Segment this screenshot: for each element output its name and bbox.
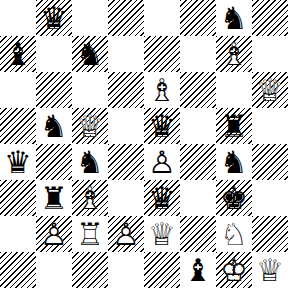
square-h6[interactable]: ♛♕ (252, 72, 288, 108)
square-a5[interactable] (0, 108, 36, 144)
square-d3[interactable] (108, 180, 144, 216)
square-g2[interactable]: ♞♘ (216, 216, 252, 252)
piece-white-queen-h1[interactable]: ♛♕ (252, 252, 288, 288)
square-g5[interactable]: ♜ (216, 108, 252, 144)
piece-black-queen-e3[interactable]: ♛ (144, 180, 180, 216)
chess-board: ♛♞♝♞♝♗♝♗♛♕♞♛♕♛♜♛♞♟♙♞♜♝♗♛♚♟♙♜♖♟♙♛♕♞♘♝♚♔♛♕ (0, 0, 288, 288)
piece-black-rook-b3[interactable]: ♜ (36, 180, 72, 216)
square-d7[interactable] (108, 36, 144, 72)
square-f5[interactable] (180, 108, 216, 144)
white-bishop-glyph-outline: ♗ (72, 180, 108, 216)
piece-white-bishop-g7[interactable]: ♝♗ (216, 36, 252, 72)
square-g7[interactable]: ♝♗ (216, 36, 252, 72)
piece-white-bishop-e6[interactable]: ♝♗ (144, 72, 180, 108)
square-g6[interactable] (216, 72, 252, 108)
square-d6[interactable] (108, 72, 144, 108)
square-a4[interactable]: ♛ (0, 144, 36, 180)
square-g1[interactable]: ♚♔ (216, 252, 252, 288)
piece-black-king-g3[interactable]: ♚ (216, 180, 252, 216)
square-d8[interactable] (108, 0, 144, 36)
black-knight-glyph-fill: ♞ (216, 0, 252, 36)
piece-black-knight-c7[interactable]: ♞ (72, 36, 108, 72)
black-bishop-glyph-fill: ♝ (0, 36, 36, 72)
square-h3[interactable] (252, 180, 288, 216)
square-a2[interactable] (0, 216, 36, 252)
white-queen-glyph-outline: ♕ (252, 252, 288, 288)
square-e5[interactable]: ♛ (144, 108, 180, 144)
square-a8[interactable] (0, 0, 36, 36)
square-f4[interactable] (180, 144, 216, 180)
square-d5[interactable] (108, 108, 144, 144)
black-bishop-glyph-fill: ♝ (180, 252, 216, 288)
piece-white-pawn-d2[interactable]: ♟♙ (108, 216, 144, 252)
square-g3[interactable]: ♚ (216, 180, 252, 216)
square-b3[interactable]: ♜ (36, 180, 72, 216)
piece-black-bishop-a7[interactable]: ♝ (0, 36, 36, 72)
piece-black-knight-g4[interactable]: ♞ (216, 144, 252, 180)
square-h4[interactable] (252, 144, 288, 180)
square-f6[interactable] (180, 72, 216, 108)
square-e7[interactable] (144, 36, 180, 72)
piece-white-pawn-b2[interactable]: ♟♙ (36, 216, 72, 252)
black-rook-glyph-fill: ♜ (36, 180, 72, 216)
square-c7[interactable]: ♞ (72, 36, 108, 72)
piece-white-pawn-e4[interactable]: ♟♙ (144, 144, 180, 180)
white-knight-glyph-outline: ♘ (216, 216, 252, 252)
black-king-glyph-fill: ♚ (216, 180, 252, 216)
black-queen-glyph-fill: ♛ (144, 108, 180, 144)
square-c5[interactable]: ♛♕ (72, 108, 108, 144)
square-c4[interactable]: ♞ (72, 144, 108, 180)
piece-white-knight-g2[interactable]: ♞♘ (216, 216, 252, 252)
square-b7[interactable] (36, 36, 72, 72)
piece-white-queen-c5[interactable]: ♛♕ (72, 108, 108, 144)
square-h2[interactable] (252, 216, 288, 252)
square-c3[interactable]: ♝♗ (72, 180, 108, 216)
square-f1[interactable]: ♝ (180, 252, 216, 288)
square-g8[interactable]: ♞ (216, 0, 252, 36)
white-bishop-glyph-outline: ♗ (216, 36, 252, 72)
square-e3[interactable]: ♛ (144, 180, 180, 216)
piece-black-queen-a4[interactable]: ♛ (0, 144, 36, 180)
square-e6[interactable]: ♝♗ (144, 72, 180, 108)
piece-white-rook-c2[interactable]: ♜♖ (72, 216, 108, 252)
piece-black-bishop-f1[interactable]: ♝ (180, 252, 216, 288)
black-knight-glyph-fill: ♞ (216, 144, 252, 180)
square-b4[interactable] (36, 144, 72, 180)
white-queen-glyph-outline: ♕ (72, 108, 108, 144)
black-rook-glyph-fill: ♜ (216, 108, 252, 144)
square-g4[interactable]: ♞ (216, 144, 252, 180)
square-e2[interactable]: ♛♕ (144, 216, 180, 252)
square-b8[interactable]: ♛ (36, 0, 72, 36)
square-e1[interactable] (144, 252, 180, 288)
white-bishop-glyph-outline: ♗ (144, 72, 180, 108)
square-h5[interactable] (252, 108, 288, 144)
white-queen-glyph-outline: ♕ (144, 216, 180, 252)
piece-white-queen-h6[interactable]: ♛♕ (252, 72, 288, 108)
square-h1[interactable]: ♛♕ (252, 252, 288, 288)
square-e8[interactable] (144, 0, 180, 36)
square-f2[interactable] (180, 216, 216, 252)
square-h7[interactable] (252, 36, 288, 72)
white-pawn-glyph-outline: ♙ (144, 144, 180, 180)
square-a6[interactable] (0, 72, 36, 108)
square-c2[interactable]: ♜♖ (72, 216, 108, 252)
black-knight-glyph-fill: ♞ (72, 36, 108, 72)
square-b1[interactable] (36, 252, 72, 288)
square-f3[interactable] (180, 180, 216, 216)
square-d2[interactable]: ♟♙ (108, 216, 144, 252)
square-h8[interactable] (252, 0, 288, 36)
square-b5[interactable]: ♞ (36, 108, 72, 144)
square-f7[interactable] (180, 36, 216, 72)
black-knight-glyph-fill: ♞ (36, 108, 72, 144)
white-king-glyph-outline: ♔ (216, 252, 252, 288)
square-a7[interactable]: ♝ (0, 36, 36, 72)
square-c8[interactable] (72, 0, 108, 36)
piece-white-bishop-c3[interactable]: ♝♗ (72, 180, 108, 216)
piece-black-knight-g8[interactable]: ♞ (216, 0, 252, 36)
piece-black-rook-g5[interactable]: ♜ (216, 108, 252, 144)
black-knight-glyph-fill: ♞ (72, 144, 108, 180)
white-pawn-glyph-outline: ♙ (36, 216, 72, 252)
black-queen-glyph-fill: ♛ (0, 144, 36, 180)
square-e4[interactable]: ♟♙ (144, 144, 180, 180)
black-queen-glyph-fill: ♛ (144, 180, 180, 216)
square-a3[interactable] (0, 180, 36, 216)
square-f8[interactable] (180, 0, 216, 36)
black-queen-glyph-fill: ♛ (36, 0, 72, 36)
piece-black-knight-b5[interactable]: ♞ (36, 108, 72, 144)
square-b2[interactable]: ♟♙ (36, 216, 72, 252)
piece-black-queen-b8[interactable]: ♛ (36, 0, 72, 36)
white-rook-glyph-outline: ♖ (72, 216, 108, 252)
square-c1[interactable] (72, 252, 108, 288)
white-queen-glyph-outline: ♕ (252, 72, 288, 108)
square-a1[interactable] (0, 252, 36, 288)
square-d4[interactable] (108, 144, 144, 180)
piece-white-king-g1[interactable]: ♚♔ (216, 252, 252, 288)
square-b6[interactable] (36, 72, 72, 108)
white-pawn-glyph-outline: ♙ (108, 216, 144, 252)
piece-black-queen-e5[interactable]: ♛ (144, 108, 180, 144)
square-d1[interactable] (108, 252, 144, 288)
piece-black-knight-c4[interactable]: ♞ (72, 144, 108, 180)
piece-white-queen-e2[interactable]: ♛♕ (144, 216, 180, 252)
square-c6[interactable] (72, 72, 108, 108)
